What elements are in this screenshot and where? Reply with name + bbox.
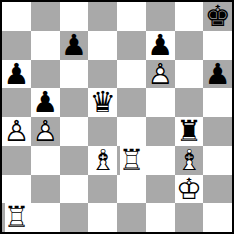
chess-board: ♚♟♟♟♟♙♟♟♛♟♙♟♙♜♝♗♜♖♝♗♚♔♜♖ — [0, 0, 234, 234]
square-b7[interactable] — [31, 31, 60, 60]
square-d6[interactable] — [88, 60, 117, 89]
square-e8[interactable] — [117, 2, 146, 31]
square-b1[interactable] — [31, 203, 60, 232]
square-h2[interactable] — [203, 175, 232, 204]
square-g8[interactable] — [175, 2, 204, 31]
square-g5[interactable] — [175, 88, 204, 117]
square-d5[interactable]: ♛ — [88, 88, 117, 117]
black-pawn: ♟ — [146, 31, 175, 60]
black-pawn: ♟ — [31, 88, 60, 117]
white-rook: ♖ — [2, 203, 31, 232]
square-d4[interactable] — [88, 117, 117, 146]
white-bishop: ♗ — [175, 146, 204, 175]
square-h7[interactable] — [203, 31, 232, 60]
square-h1[interactable] — [203, 203, 232, 232]
square-f1[interactable] — [146, 203, 175, 232]
square-h8[interactable]: ♚ — [203, 2, 232, 31]
square-a3[interactable] — [2, 146, 31, 175]
square-f3[interactable] — [146, 146, 175, 175]
square-d3[interactable]: ♝♗ — [88, 146, 117, 175]
square-f4[interactable] — [146, 117, 175, 146]
square-h5[interactable] — [203, 88, 232, 117]
square-a4[interactable]: ♟♙ — [2, 117, 31, 146]
square-f8[interactable] — [146, 2, 175, 31]
square-a6[interactable]: ♟ — [2, 60, 31, 89]
white-bishop: ♗ — [88, 146, 117, 175]
square-d8[interactable] — [88, 2, 117, 31]
square-c2[interactable] — [60, 175, 89, 204]
square-a8[interactable] — [2, 2, 31, 31]
white-king: ♔ — [175, 175, 204, 204]
square-e4[interactable] — [117, 117, 146, 146]
square-c3[interactable] — [60, 146, 89, 175]
square-e6[interactable] — [117, 60, 146, 89]
black-pawn: ♟ — [203, 60, 232, 89]
square-f7[interactable]: ♟ — [146, 31, 175, 60]
square-e5[interactable] — [117, 88, 146, 117]
square-c8[interactable] — [60, 2, 89, 31]
square-a2[interactable] — [2, 175, 31, 204]
square-a7[interactable] — [2, 31, 31, 60]
black-pawn: ♟ — [2, 60, 31, 89]
square-h6[interactable]: ♟ — [203, 60, 232, 89]
square-h3[interactable] — [203, 146, 232, 175]
square-g3[interactable]: ♝♗ — [175, 146, 204, 175]
square-a1[interactable]: ♜♖ — [2, 203, 31, 232]
white-rook: ♖ — [117, 146, 146, 175]
square-e1[interactable] — [117, 203, 146, 232]
square-f6[interactable]: ♟♙ — [146, 60, 175, 89]
square-e7[interactable] — [117, 31, 146, 60]
square-c1[interactable] — [60, 203, 89, 232]
square-d2[interactable] — [88, 175, 117, 204]
square-b8[interactable] — [31, 2, 60, 31]
black-king: ♚ — [203, 2, 232, 31]
square-g6[interactable] — [175, 60, 204, 89]
square-b3[interactable] — [31, 146, 60, 175]
square-c6[interactable] — [60, 60, 89, 89]
square-c5[interactable] — [60, 88, 89, 117]
square-g2[interactable]: ♚♔ — [175, 175, 204, 204]
square-g4[interactable]: ♜ — [175, 117, 204, 146]
white-pawn: ♙ — [31, 117, 60, 146]
square-g7[interactable] — [175, 31, 204, 60]
square-c7[interactable]: ♟ — [60, 31, 89, 60]
white-pawn: ♙ — [2, 117, 31, 146]
square-e3[interactable]: ♜♖ — [117, 146, 146, 175]
square-h4[interactable] — [203, 117, 232, 146]
black-queen: ♛ — [88, 88, 117, 117]
square-f5[interactable] — [146, 88, 175, 117]
square-b4[interactable]: ♟♙ — [31, 117, 60, 146]
black-rook: ♜ — [175, 117, 204, 146]
black-pawn: ♟ — [60, 31, 89, 60]
square-b6[interactable] — [31, 60, 60, 89]
white-pawn: ♙ — [146, 60, 175, 89]
square-g1[interactable] — [175, 203, 204, 232]
square-e2[interactable] — [117, 175, 146, 204]
square-d1[interactable] — [88, 203, 117, 232]
square-f2[interactable] — [146, 175, 175, 204]
square-a5[interactable] — [2, 88, 31, 117]
square-c4[interactable] — [60, 117, 89, 146]
square-b5[interactable]: ♟ — [31, 88, 60, 117]
square-b2[interactable] — [31, 175, 60, 204]
square-d7[interactable] — [88, 31, 117, 60]
